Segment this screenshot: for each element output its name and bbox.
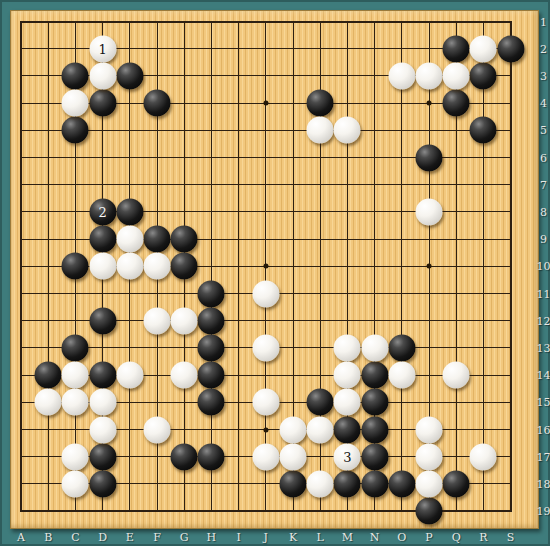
stone-black-H17[interactable] [198,443,225,470]
stone-white-J15[interactable] [252,389,279,416]
stone-white-J13[interactable] [252,334,279,361]
stone-white-K17[interactable] [280,443,307,470]
go-game-window: 213 A1B2C3D4E5F6G7H8I9J10K11L12M13N14O15… [0,0,550,546]
row-label-17: 17 [537,450,550,463]
stone-white-E14[interactable] [116,362,143,389]
stone-black-N15[interactable] [361,389,388,416]
stone-black-H12[interactable] [198,307,225,334]
stone-black-S2[interactable] [497,35,524,62]
stone-white-E9[interactable] [116,226,143,253]
column-label-Q: Q [452,530,461,543]
row-label-13: 13 [537,341,550,354]
stone-black-C5[interactable] [62,117,89,144]
stone-black-R3[interactable] [470,62,497,89]
stone-black-R5[interactable] [470,117,497,144]
stone-black-H15[interactable] [198,389,225,416]
stone-white-L18[interactable] [307,470,334,497]
column-label-L: L [317,530,324,543]
stone-black-C13[interactable] [62,334,89,361]
stone-white-C14[interactable] [62,362,89,389]
star-point-P10 [427,264,432,269]
grid-line-vertical [483,21,484,513]
column-label-B: B [44,530,52,543]
stone-white-D2[interactable]: 1 [89,35,116,62]
stone-black-E3[interactable] [116,62,143,89]
row-label-12: 12 [537,314,550,327]
stone-black-M16[interactable] [334,416,361,443]
row-label-4: 4 [540,97,547,110]
stone-white-P18[interactable] [416,470,443,497]
stone-white-L16[interactable] [307,416,334,443]
grid-line-vertical [510,21,512,513]
stone-white-C17[interactable] [62,443,89,470]
column-label-G: G [180,530,189,543]
stone-black-H13[interactable] [198,334,225,361]
stone-black-N17[interactable] [361,443,388,470]
stone-black-D4[interactable] [89,90,116,117]
column-label-K: K [289,530,297,543]
row-label-18: 18 [537,477,550,490]
stone-black-P6[interactable] [416,144,443,171]
stone-black-H14[interactable] [198,362,225,389]
stone-black-C10[interactable] [62,253,89,280]
stone-black-Q18[interactable] [443,470,470,497]
column-label-C: C [71,530,79,543]
row-label-15: 15 [537,396,550,409]
stone-black-F4[interactable] [144,90,171,117]
stone-black-M18[interactable] [334,470,361,497]
stone-black-C3[interactable] [62,62,89,89]
stone-white-C15[interactable] [62,389,89,416]
row-label-16: 16 [537,423,550,436]
stone-white-L5[interactable] [307,117,334,144]
column-label-M: M [342,530,353,543]
column-label-F: F [153,530,161,543]
stone-black-D17[interactable] [89,443,116,470]
stone-white-N13[interactable] [361,334,388,361]
star-point-J4 [263,101,268,106]
stone-white-K16[interactable] [280,416,307,443]
stone-black-E8[interactable] [116,198,143,225]
stone-white-J17[interactable] [252,443,279,470]
stone-black-L15[interactable] [307,389,334,416]
column-label-A: A [17,530,25,543]
row-label-1: 1 [540,15,547,28]
row-label-10: 10 [537,260,550,273]
column-label-P: P [425,530,432,543]
stone-white-P3[interactable] [416,62,443,89]
stone-white-F10[interactable] [144,253,171,280]
column-label-O: O [397,530,406,543]
row-label-5: 5 [540,124,547,137]
stone-black-Q2[interactable] [443,35,470,62]
stone-white-D3[interactable] [89,62,116,89]
stone-black-P19[interactable] [416,498,443,525]
stone-white-Q3[interactable] [443,62,470,89]
stone-white-M13[interactable] [334,334,361,361]
stone-black-O13[interactable] [388,334,415,361]
stone-black-D8[interactable]: 2 [89,198,116,225]
stone-black-N18[interactable] [361,470,388,497]
move-number-label: 3 [343,450,351,463]
stone-white-O3[interactable] [388,62,415,89]
column-label-H: H [207,530,217,543]
stone-white-E10[interactable] [116,253,143,280]
row-label-9: 9 [540,233,547,246]
stone-black-K18[interactable] [280,470,307,497]
stone-black-N16[interactable] [361,416,388,443]
stone-white-F12[interactable] [144,307,171,334]
stone-black-O18[interactable] [388,470,415,497]
stone-white-F16[interactable] [144,416,171,443]
stone-white-P17[interactable] [416,443,443,470]
row-label-7: 7 [540,178,547,191]
star-point-P4 [427,101,432,106]
row-label-11: 11 [537,287,550,300]
stone-white-P16[interactable] [416,416,443,443]
stone-black-H11[interactable] [198,280,225,307]
column-label-S: S [507,530,515,543]
stone-white-J11[interactable] [252,280,279,307]
stone-white-G14[interactable] [171,362,198,389]
go-board[interactable]: 213 [10,10,539,529]
stone-white-M5[interactable] [334,117,361,144]
stone-black-L4[interactable] [307,90,334,117]
stone-black-N14[interactable] [361,362,388,389]
stone-black-Q4[interactable] [443,90,470,117]
stone-white-D15[interactable] [89,389,116,416]
stone-white-M15[interactable] [334,389,361,416]
stone-white-M14[interactable] [334,362,361,389]
stone-black-D14[interactable] [89,362,116,389]
row-label-3: 3 [540,69,547,82]
stone-white-O14[interactable] [388,362,415,389]
stone-white-D10[interactable] [89,253,116,280]
stone-white-Q14[interactable] [443,362,470,389]
column-label-D: D [98,530,107,543]
stone-white-C18[interactable] [62,470,89,497]
column-label-R: R [479,530,487,543]
row-label-2: 2 [540,42,547,55]
stone-white-P8[interactable] [416,198,443,225]
column-label-I: I [236,530,240,543]
row-label-8: 8 [540,205,547,218]
stone-white-D16[interactable] [89,416,116,443]
column-label-J: J [264,530,268,543]
star-point-J16 [263,427,268,432]
stone-white-R17[interactable] [470,443,497,470]
stone-white-G12[interactable] [171,307,198,334]
column-label-E: E [126,530,134,543]
stone-black-D12[interactable] [89,307,116,334]
row-label-6: 6 [540,151,547,164]
stone-white-M17[interactable]: 3 [334,443,361,470]
stone-black-G9[interactable] [171,226,198,253]
stone-black-B14[interactable] [35,362,62,389]
stone-black-D9[interactable] [89,226,116,253]
stone-white-R2[interactable] [470,35,497,62]
column-label-N: N [370,530,380,543]
grid-line-vertical [401,21,402,513]
stone-black-F9[interactable] [144,226,171,253]
move-number-label: 2 [98,205,106,218]
row-label-19: 19 [537,505,550,518]
stone-white-C4[interactable] [62,90,89,117]
stone-white-B15[interactable] [35,389,62,416]
stone-black-D18[interactable] [89,470,116,497]
star-point-J10 [263,264,268,269]
stone-black-G17[interactable] [171,443,198,470]
stone-black-G10[interactable] [171,253,198,280]
move-number-label: 1 [98,42,106,55]
row-label-14: 14 [537,369,550,382]
